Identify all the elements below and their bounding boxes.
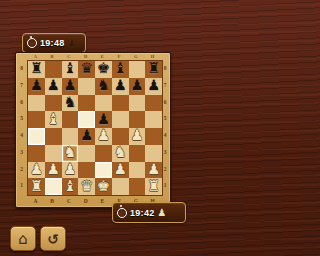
piece-br-a8[interactable]: ♜ (28, 60, 45, 76)
square-h5[interactable] (145, 111, 162, 128)
piece-wp-h2[interactable]: ♟ (145, 161, 162, 177)
piece-bn-c6[interactable]: ♞ (62, 94, 79, 110)
black-clock-badge: 19:48 ♟ (22, 33, 86, 53)
square-g2[interactable] (129, 162, 146, 179)
piece-wk-e1[interactable]: ♚ (95, 178, 112, 194)
piece-wr-h1[interactable]: ♜ (145, 178, 162, 194)
black-pawn-icon: ♟ (68, 38, 77, 48)
square-b7[interactable]: ♟ (45, 78, 62, 95)
square-c7[interactable]: ♟ (62, 78, 79, 95)
square-h1[interactable]: ♜ (145, 178, 162, 195)
square-f7[interactable]: ♟ (112, 78, 129, 95)
square-d4[interactable]: ♟ (78, 128, 95, 145)
coord-label: 6 (16, 94, 27, 111)
square-f2[interactable]: ♟ (112, 162, 129, 179)
square-b3[interactable] (45, 145, 62, 162)
square-a6[interactable] (28, 95, 45, 112)
square-a7[interactable]: ♟ (28, 78, 45, 95)
chess-board: ABCDEFGH 87654321 87654321 ABCDEFGH ♜♝♛♚… (15, 52, 171, 208)
square-b1[interactable] (45, 178, 62, 195)
coord-label: C (61, 195, 78, 208)
piece-bp-f7[interactable]: ♟ (112, 77, 129, 93)
coord-label: B (44, 53, 61, 60)
square-b8[interactable] (45, 61, 62, 78)
white-clock-time: 19:42 (130, 208, 155, 218)
square-f5[interactable] (112, 111, 129, 128)
white-pawn-icon: ♟ (158, 208, 167, 218)
square-f4[interactable] (112, 128, 129, 145)
piece-bp-e5[interactable]: ♟ (95, 111, 112, 127)
piece-wp-g4[interactable]: ♟ (129, 127, 146, 143)
square-e3[interactable] (95, 145, 112, 162)
square-c4[interactable] (62, 128, 79, 145)
piece-bp-g7[interactable]: ♟ (129, 77, 146, 93)
piece-bp-h7[interactable]: ♟ (145, 77, 162, 93)
white-clock-badge: 19:42 ♟ (112, 202, 186, 223)
square-d6[interactable] (78, 95, 95, 112)
piece-wp-c2[interactable]: ♟ (62, 161, 79, 177)
square-c2[interactable]: ♟ (62, 162, 79, 179)
coord-label: 4 (16, 127, 27, 144)
coord-label: H (144, 53, 161, 60)
coord-label: D (77, 195, 94, 208)
square-g6[interactable] (129, 95, 146, 112)
restart-button[interactable]: ↺ (40, 226, 66, 251)
coord-label: 8 (16, 60, 27, 77)
square-b4[interactable] (45, 128, 62, 145)
square-g1[interactable] (129, 178, 146, 195)
piece-bb-f8[interactable]: ♝ (112, 60, 129, 76)
restart-icon: ↺ (47, 231, 59, 247)
coord-label: 3 (16, 144, 27, 161)
coord-label: F (111, 53, 128, 60)
coord-label: A (27, 53, 44, 60)
square-d8[interactable]: ♛ (78, 61, 95, 78)
square-a1[interactable]: ♜ (28, 178, 45, 195)
square-b2[interactable]: ♟ (45, 162, 62, 179)
square-e6[interactable] (95, 95, 112, 112)
piece-bq-d8[interactable]: ♛ (78, 60, 95, 76)
square-c3[interactable]: ♞ (62, 145, 79, 162)
square-h6[interactable] (145, 95, 162, 112)
piece-wn-f3[interactable]: ♞ (112, 144, 129, 160)
square-e7[interactable]: ♞ (95, 78, 112, 95)
piece-bp-a7[interactable]: ♟ (28, 77, 45, 93)
square-d7[interactable] (78, 78, 95, 95)
piece-br-h8[interactable]: ♜ (145, 60, 162, 76)
piece-wn-c3[interactable]: ♞ (62, 144, 79, 160)
square-d1[interactable]: ♛ (78, 178, 95, 195)
home-icon: ⌂ (18, 230, 28, 248)
square-g8[interactable] (129, 61, 146, 78)
square-a2[interactable]: ♟ (28, 162, 45, 179)
square-e4[interactable]: ♟ (95, 128, 112, 145)
black-clock-time: 19:48 (40, 38, 65, 48)
square-c8[interactable]: ♝ (62, 61, 79, 78)
piece-wp-e4[interactable]: ♟ (95, 127, 112, 143)
square-a3[interactable] (28, 145, 45, 162)
square-h8[interactable]: ♜ (145, 61, 162, 78)
stopwatch-icon (27, 38, 37, 48)
square-g3[interactable] (129, 145, 146, 162)
square-h4[interactable] (145, 128, 162, 145)
square-a8[interactable]: ♜ (28, 61, 45, 78)
coord-label: G (128, 53, 145, 60)
coord-label: B (44, 195, 61, 208)
piece-bb-c8[interactable]: ♝ (62, 60, 79, 76)
square-d3[interactable] (78, 145, 95, 162)
square-h7[interactable]: ♟ (145, 78, 162, 95)
piece-wp-a2[interactable]: ♟ (28, 161, 45, 177)
board-grid: ♜♝♛♚♝♜♟♟♟♞♟♟♟♞♝♟♟♟♟♞♞♟♟♟♟♟♜♝♛♚♜ (27, 60, 163, 196)
square-e2[interactable] (95, 162, 112, 179)
coord-label: 5 (16, 110, 27, 127)
square-e8[interactable]: ♚ (95, 61, 112, 78)
coord-label: 7 (16, 77, 27, 94)
square-c5[interactable] (62, 111, 79, 128)
square-b5[interactable]: ♝ (45, 111, 62, 128)
piece-wp-b2[interactable]: ♟ (45, 161, 62, 177)
square-c6[interactable]: ♞ (62, 95, 79, 112)
square-g7[interactable]: ♟ (129, 78, 146, 95)
coord-label: D (77, 53, 94, 60)
square-f3[interactable]: ♞ (112, 145, 129, 162)
piece-bn-e7[interactable]: ♞ (95, 77, 112, 93)
square-f1[interactable] (112, 178, 129, 195)
piece-bk-e8[interactable]: ♚ (95, 60, 112, 76)
square-d5[interactable] (78, 111, 95, 128)
square-d2[interactable] (78, 162, 95, 179)
home-button[interactable]: ⌂ (10, 226, 36, 251)
file-labels-top: ABCDEFGH (27, 53, 161, 60)
coord-label: 2 (16, 161, 27, 178)
coord-label: 1 (16, 177, 27, 194)
piece-wb-b5[interactable]: ♝ (45, 111, 62, 127)
square-g4[interactable]: ♟ (129, 128, 146, 145)
square-c1[interactable]: ♝ (62, 178, 79, 195)
square-f8[interactable]: ♝ (112, 61, 129, 78)
rank-labels-left: 87654321 (16, 60, 27, 194)
piece-wr-a1[interactable]: ♜ (28, 178, 45, 194)
stopwatch-icon (117, 208, 127, 218)
piece-wp-f2[interactable]: ♟ (112, 161, 129, 177)
piece-bp-d4[interactable]: ♟ (78, 127, 95, 143)
square-f6[interactable] (112, 95, 129, 112)
coord-label: A (27, 195, 44, 208)
piece-bp-c7[interactable]: ♟ (62, 77, 79, 93)
square-a5[interactable] (28, 111, 45, 128)
coord-label: C (61, 53, 78, 60)
square-g5[interactable] (129, 111, 146, 128)
piece-wb-c1[interactable]: ♝ (62, 178, 79, 194)
square-e5[interactable]: ♟ (95, 111, 112, 128)
piece-bp-b7[interactable]: ♟ (45, 77, 62, 93)
coord-label: E (94, 195, 111, 208)
square-a4[interactable] (28, 128, 45, 145)
piece-wq-d1[interactable]: ♛ (78, 178, 95, 194)
square-e1[interactable]: ♚ (95, 178, 112, 195)
square-h3[interactable] (145, 145, 162, 162)
coord-label: E (94, 53, 111, 60)
square-h2[interactable]: ♟ (145, 162, 162, 179)
square-b6[interactable] (45, 95, 62, 112)
